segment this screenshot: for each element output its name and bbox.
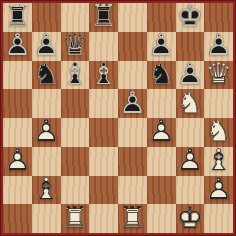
piece-fill-glyph: ♜ [119, 203, 146, 233]
square-a6[interactable] [3, 61, 32, 90]
piece-fill-glyph: ♟ [176, 145, 203, 175]
square-a4[interactable] [3, 118, 32, 147]
square-g1[interactable]: ♚♔ [176, 204, 205, 233]
piece-fill-glyph: ♜ [90, 1, 117, 31]
square-e8[interactable] [118, 3, 147, 32]
piece-fill-glyph: ♞ [205, 116, 232, 146]
piece-outline-glyph: ♙ [148, 30, 175, 60]
square-a5[interactable] [3, 89, 32, 118]
square-d6[interactable]: ♝♗ [89, 61, 118, 90]
piece-white-bishop[interactable]: ♝♗ [32, 176, 61, 205]
piece-fill-glyph: ♞ [33, 59, 60, 89]
square-e6[interactable] [118, 61, 147, 90]
piece-fill-glyph: ♝ [205, 145, 232, 175]
piece-black-king[interactable]: ♚♔ [176, 3, 205, 32]
piece-outline-glyph: ♙ [176, 59, 203, 89]
square-c7[interactable]: ♛♕ [61, 32, 90, 61]
square-h1[interactable] [204, 204, 233, 233]
piece-fill-glyph: ♝ [33, 174, 60, 204]
piece-white-pawn[interactable]: ♟♙ [32, 118, 61, 147]
piece-black-knight[interactable]: ♞♘ [32, 61, 61, 90]
piece-black-knight[interactable]: ♞♘ [147, 61, 176, 90]
piece-fill-glyph: ♟ [148, 116, 175, 146]
piece-fill-glyph: ♜ [4, 1, 31, 31]
square-d8[interactable]: ♜♖ [89, 3, 118, 32]
square-e3[interactable] [118, 147, 147, 176]
square-d4[interactable] [89, 118, 118, 147]
square-c1[interactable]: ♜♖ [61, 204, 90, 233]
square-b2[interactable]: ♝♗ [32, 176, 61, 205]
piece-fill-glyph: ♚ [176, 203, 203, 233]
square-g4[interactable] [176, 118, 205, 147]
piece-black-rook[interactable]: ♜♖ [89, 3, 118, 32]
piece-black-rook[interactable]: ♜♖ [3, 3, 32, 32]
square-f4[interactable]: ♟♙ [147, 118, 176, 147]
piece-outline-glyph: ♘ [205, 116, 232, 146]
square-a8[interactable]: ♜♖ [3, 3, 32, 32]
square-c2[interactable] [61, 176, 90, 205]
piece-fill-glyph: ♝ [90, 59, 117, 89]
square-f6[interactable]: ♞♘ [147, 61, 176, 90]
piece-outline-glyph: ♙ [4, 145, 31, 175]
piece-outline-glyph: ♖ [90, 1, 117, 31]
piece-outline-glyph: ♙ [33, 30, 60, 60]
piece-black-pawn[interactable]: ♟♙ [32, 32, 61, 61]
piece-white-king[interactable]: ♚♔ [176, 204, 205, 233]
square-a3[interactable]: ♟♙ [3, 147, 32, 176]
square-d2[interactable] [89, 176, 118, 205]
piece-outline-glyph: ♗ [33, 174, 60, 204]
piece-white-pawn[interactable]: ♟♙ [204, 176, 233, 205]
square-a7[interactable]: ♟♙ [3, 32, 32, 61]
square-c4[interactable] [61, 118, 90, 147]
piece-outline-glyph: ♙ [176, 145, 203, 175]
piece-fill-glyph: ♜ [61, 203, 88, 233]
square-h6[interactable]: ♛♕ [204, 61, 233, 90]
piece-outline-glyph: ♖ [61, 203, 88, 233]
square-e4[interactable] [118, 118, 147, 147]
piece-outline-glyph: ♙ [4, 30, 31, 60]
piece-outline-glyph: ♙ [205, 30, 232, 60]
square-d1[interactable] [89, 204, 118, 233]
piece-outline-glyph: ♖ [4, 1, 31, 31]
piece-fill-glyph: ♞ [148, 59, 175, 89]
piece-white-bishop[interactable]: ♝♗ [204, 147, 233, 176]
piece-outline-glyph: ♖ [119, 203, 146, 233]
square-h2[interactable]: ♟♙ [204, 176, 233, 205]
square-d5[interactable] [89, 89, 118, 118]
piece-outline-glyph: ♗ [90, 59, 117, 89]
piece-black-bishop[interactable]: ♝♗ [89, 61, 118, 90]
piece-black-queen[interactable]: ♛♕ [61, 32, 90, 61]
square-c8[interactable] [61, 3, 90, 32]
square-f7[interactable]: ♟♙ [147, 32, 176, 61]
square-b4[interactable]: ♟♙ [32, 118, 61, 147]
square-f1[interactable] [147, 204, 176, 233]
piece-white-rook[interactable]: ♜♖ [61, 204, 90, 233]
square-g3[interactable]: ♟♙ [176, 147, 205, 176]
piece-outline-glyph: ♙ [148, 116, 175, 146]
piece-outline-glyph: ♗ [61, 59, 88, 89]
piece-outline-glyph: ♕ [205, 59, 232, 89]
piece-outline-glyph: ♘ [176, 88, 203, 118]
square-e2[interactable] [118, 176, 147, 205]
piece-fill-glyph: ♟ [205, 174, 232, 204]
piece-fill-glyph: ♟ [176, 59, 203, 89]
square-d7[interactable] [89, 32, 118, 61]
piece-fill-glyph: ♛ [205, 59, 232, 89]
piece-fill-glyph: ♞ [176, 88, 203, 118]
piece-outline-glyph: ♘ [148, 59, 175, 89]
piece-white-pawn[interactable]: ♟♙ [176, 147, 205, 176]
piece-outline-glyph: ♔ [176, 203, 203, 233]
piece-outline-glyph: ♙ [119, 88, 146, 118]
piece-white-queen[interactable]: ♛♕ [204, 61, 233, 90]
square-b5[interactable] [32, 89, 61, 118]
square-a1[interactable] [3, 204, 32, 233]
piece-black-pawn[interactable]: ♟♙ [3, 32, 32, 61]
piece-black-pawn[interactable]: ♟♙ [204, 32, 233, 61]
piece-outline-glyph: ♙ [33, 116, 60, 146]
piece-white-pawn[interactable]: ♟♙ [3, 147, 32, 176]
piece-fill-glyph: ♟ [205, 30, 232, 60]
square-g2[interactable] [176, 176, 205, 205]
square-f8[interactable] [147, 3, 176, 32]
piece-black-pawn[interactable]: ♟♙ [147, 32, 176, 61]
square-g7[interactable] [176, 32, 205, 61]
square-b8[interactable] [32, 3, 61, 32]
square-c5[interactable] [61, 89, 90, 118]
square-b6[interactable]: ♞♘ [32, 61, 61, 90]
square-b7[interactable]: ♟♙ [32, 32, 61, 61]
piece-fill-glyph: ♟ [33, 116, 60, 146]
square-c6[interactable]: ♝♗ [61, 61, 90, 90]
board-frame: ♜♖♜♖♚♔♟♙♟♙♛♕♟♙♟♙♞♘♝♗♝♗♞♘♟♙♛♕♟♙♞♘♟♙♟♙♞♘♟♙… [0, 0, 236, 236]
square-f5[interactable] [147, 89, 176, 118]
piece-fill-glyph: ♟ [33, 30, 60, 60]
piece-black-bishop[interactable]: ♝♗ [61, 61, 90, 90]
square-h8[interactable] [204, 3, 233, 32]
piece-white-pawn[interactable]: ♟♙ [147, 118, 176, 147]
square-h7[interactable]: ♟♙ [204, 32, 233, 61]
square-h4[interactable]: ♞♘ [204, 118, 233, 147]
piece-black-pawn[interactable]: ♟♙ [176, 61, 205, 90]
piece-fill-glyph: ♟ [148, 30, 175, 60]
square-b1[interactable] [32, 204, 61, 233]
square-f3[interactable] [147, 147, 176, 176]
square-h5[interactable] [204, 89, 233, 118]
square-b3[interactable] [32, 147, 61, 176]
square-e5[interactable]: ♟♙ [118, 89, 147, 118]
piece-white-knight[interactable]: ♞♘ [176, 89, 205, 118]
piece-fill-glyph: ♟ [119, 88, 146, 118]
piece-white-rook[interactable]: ♜♖ [118, 204, 147, 233]
piece-outline-glyph: ♘ [33, 59, 60, 89]
square-h3[interactable]: ♝♗ [204, 147, 233, 176]
square-d3[interactable] [89, 147, 118, 176]
piece-outline-glyph: ♕ [61, 30, 88, 60]
piece-outline-glyph: ♙ [205, 174, 232, 204]
square-g6[interactable]: ♟♙ [176, 61, 205, 90]
piece-fill-glyph: ♟ [4, 30, 31, 60]
piece-white-knight[interactable]: ♞♘ [204, 118, 233, 147]
square-a2[interactable] [3, 176, 32, 205]
piece-outline-glyph: ♗ [205, 145, 232, 175]
piece-outline-glyph: ♔ [176, 1, 203, 31]
square-f2[interactable] [147, 176, 176, 205]
piece-black-pawn[interactable]: ♟♙ [118, 89, 147, 118]
piece-fill-glyph: ♟ [4, 145, 31, 175]
piece-fill-glyph: ♝ [61, 59, 88, 89]
square-g8[interactable]: ♚♔ [176, 3, 205, 32]
square-e1[interactable]: ♜♖ [118, 204, 147, 233]
chess-board: ♜♖♜♖♚♔♟♙♟♙♛♕♟♙♟♙♞♘♝♗♝♗♞♘♟♙♛♕♟♙♞♘♟♙♟♙♞♘♟♙… [3, 3, 233, 233]
square-g5[interactable]: ♞♘ [176, 89, 205, 118]
square-c3[interactable] [61, 147, 90, 176]
piece-fill-glyph: ♛ [61, 30, 88, 60]
square-e7[interactable] [118, 32, 147, 61]
piece-fill-glyph: ♚ [176, 1, 203, 31]
